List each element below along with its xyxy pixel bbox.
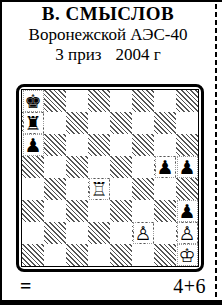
square-g8 xyxy=(154,90,176,112)
square-c1 xyxy=(66,244,88,266)
board-grid: ♚♜♟♟♟♖♟♙♙♔ xyxy=(22,90,198,266)
white-pawn-f2: ♙ xyxy=(134,223,153,243)
square-d4: ♖ xyxy=(88,178,110,200)
square-b8 xyxy=(44,90,66,112)
page-border-bottom xyxy=(0,300,222,305)
prize-text: 3 приз xyxy=(55,45,101,64)
square-b4 xyxy=(44,178,66,200)
square-d6 xyxy=(88,134,110,156)
composer-name: В. СМЫСЛОВ xyxy=(2,3,214,24)
square-e6 xyxy=(110,134,132,156)
square-d8 xyxy=(88,90,110,112)
square-g6 xyxy=(154,134,176,156)
caption: В. СМЫСЛОВ Воронежской АЭС-40 3 приз2004… xyxy=(2,3,214,65)
stipulation-row: = 4+6 xyxy=(2,275,214,298)
square-f7 xyxy=(132,112,154,134)
square-b3 xyxy=(44,200,66,222)
white-rook-d4: ♖ xyxy=(90,179,109,199)
black-pawn-g5: ♟ xyxy=(156,157,175,177)
event-name: Воронежской АЭС-40 xyxy=(2,24,214,45)
square-c5 xyxy=(66,156,88,178)
square-a3 xyxy=(22,200,44,222)
black-king-a8: ♚ xyxy=(24,91,43,111)
black-pawn-h5: ♟ xyxy=(178,157,197,177)
square-a7: ♜ xyxy=(22,112,44,134)
chessboard-frame: ♚♜♟♟♟♖♟♙♙♔ xyxy=(16,84,204,272)
square-e2 xyxy=(110,222,132,244)
square-b7 xyxy=(44,112,66,134)
material-count: 4+6 xyxy=(173,275,206,298)
square-a5 xyxy=(22,156,44,178)
square-h4 xyxy=(176,178,198,200)
square-a4 xyxy=(22,178,44,200)
award-line: 3 приз2004 г xyxy=(2,45,214,65)
year-text: 2004 г xyxy=(115,45,160,64)
square-c8 xyxy=(66,90,88,112)
square-g5: ♟ xyxy=(154,156,176,178)
square-f1 xyxy=(132,244,154,266)
white-king-h1: ♔ xyxy=(178,245,197,265)
square-h6 xyxy=(176,134,198,156)
square-h3: ♟ xyxy=(176,200,198,222)
square-c6 xyxy=(66,134,88,156)
square-g2 xyxy=(154,222,176,244)
square-d7 xyxy=(88,112,110,134)
scanned-diagram-page: В. СМЫСЛОВ Воронежской АЭС-40 3 приз2004… xyxy=(0,0,222,305)
square-h5: ♟ xyxy=(176,156,198,178)
square-e7 xyxy=(110,112,132,134)
square-c4 xyxy=(66,178,88,200)
square-d1 xyxy=(88,244,110,266)
square-e8 xyxy=(110,90,132,112)
square-a6: ♟ xyxy=(22,134,44,156)
square-e3 xyxy=(110,200,132,222)
square-e1 xyxy=(110,244,132,266)
square-b5 xyxy=(44,156,66,178)
stipulation-result: = xyxy=(20,275,31,298)
square-e5 xyxy=(110,156,132,178)
square-f4 xyxy=(132,178,154,200)
square-h1: ♔ xyxy=(176,244,198,266)
square-a8: ♚ xyxy=(22,90,44,112)
square-b2 xyxy=(44,222,66,244)
square-a1 xyxy=(22,244,44,266)
square-h7 xyxy=(176,112,198,134)
square-c3 xyxy=(66,200,88,222)
square-f3 xyxy=(132,200,154,222)
square-g7 xyxy=(154,112,176,134)
square-f6 xyxy=(132,134,154,156)
black-pawn-a6: ♟ xyxy=(24,135,43,155)
chessboard-inner-frame: ♚♜♟♟♟♖♟♙♙♔ xyxy=(21,89,199,267)
square-g1 xyxy=(154,244,176,266)
page-border-top xyxy=(0,0,222,2)
square-h8 xyxy=(176,90,198,112)
square-c7 xyxy=(66,112,88,134)
square-f8 xyxy=(132,90,154,112)
square-a2 xyxy=(22,222,44,244)
square-g3 xyxy=(154,200,176,222)
square-h2: ♙ xyxy=(176,222,198,244)
square-g4 xyxy=(154,178,176,200)
black-pawn-h3: ♟ xyxy=(178,201,197,221)
square-d3 xyxy=(88,200,110,222)
square-c2 xyxy=(66,222,88,244)
white-pawn-h2: ♙ xyxy=(178,223,197,243)
square-b1 xyxy=(44,244,66,266)
square-d2 xyxy=(88,222,110,244)
square-e4 xyxy=(110,178,132,200)
page-border-right-dashed xyxy=(215,4,217,298)
square-f2: ♙ xyxy=(132,222,154,244)
square-b6 xyxy=(44,134,66,156)
square-f5 xyxy=(132,156,154,178)
black-rook-a7: ♜ xyxy=(24,113,43,133)
square-d5 xyxy=(88,156,110,178)
